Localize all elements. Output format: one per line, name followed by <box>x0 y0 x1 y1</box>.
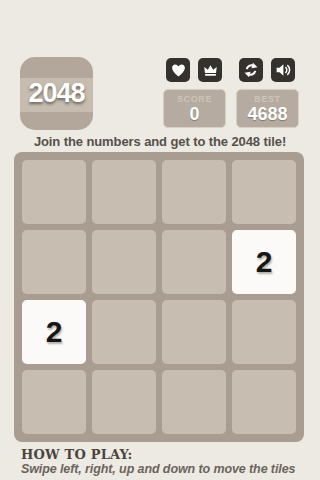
app-logo: 2048 <box>20 57 93 130</box>
board-cell <box>22 160 86 224</box>
tagline: Join the numbers and get to the 2048 til… <box>0 134 320 149</box>
logo-text: 2048 <box>28 78 84 109</box>
refresh-icon <box>242 61 260 79</box>
board-cell <box>232 160 296 224</box>
leaderboard-button[interactable] <box>198 58 222 82</box>
board-cell <box>22 230 86 294</box>
board-cell <box>92 370 156 434</box>
sound-icon <box>274 61 292 79</box>
board-cell <box>92 300 156 364</box>
score-label: SCORE <box>177 94 212 105</box>
board-cell <box>92 160 156 224</box>
best-value: 4688 <box>247 105 287 124</box>
best-box: BEST 4688 <box>236 89 299 128</box>
board-cell <box>162 300 226 364</box>
board-cell <box>162 230 226 294</box>
heart-icon <box>170 62 187 79</box>
how-to-play-instructions: Swipe left, right, up and down to move t… <box>21 462 295 476</box>
how-to-play-heading: HOW TO PLAY: <box>21 447 133 462</box>
board-cell <box>232 370 296 434</box>
app-screen: 2048 <box>0 0 320 480</box>
favorites-button[interactable] <box>166 58 190 82</box>
best-label: BEST <box>254 94 280 105</box>
restart-button[interactable] <box>239 58 263 82</box>
board-cell <box>22 370 86 434</box>
game-board[interactable]: 22 <box>14 152 304 442</box>
crown-icon <box>202 62 219 79</box>
score-box: SCORE 0 <box>163 89 226 128</box>
score-value: 0 <box>189 105 199 124</box>
board-cell <box>162 160 226 224</box>
tile-2: 2 <box>232 230 296 294</box>
sound-button[interactable] <box>271 58 295 82</box>
board-grid: 22 <box>22 160 296 434</box>
board-cell <box>232 300 296 364</box>
board-cell <box>162 370 226 434</box>
tile-2: 2 <box>22 300 86 364</box>
board-cell <box>92 230 156 294</box>
